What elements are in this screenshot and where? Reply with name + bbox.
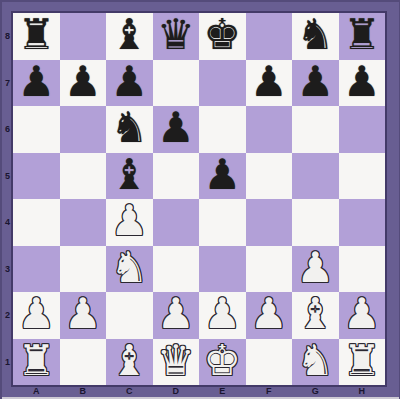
square-d6[interactable]: ♟ bbox=[153, 106, 200, 153]
square-f7[interactable]: ♟ bbox=[246, 60, 293, 107]
black-king-piece: ♚ bbox=[203, 13, 241, 58]
square-d8[interactable]: ♛ bbox=[153, 13, 200, 60]
square-e1[interactable]: ♚ bbox=[199, 339, 246, 386]
square-a4[interactable] bbox=[13, 199, 60, 246]
black-pawn-piece: ♟ bbox=[64, 60, 102, 105]
square-g2[interactable]: ♝ bbox=[292, 292, 339, 339]
square-c1[interactable]: ♝ bbox=[106, 339, 153, 386]
file-label-f: F bbox=[246, 385, 293, 397]
file-labels: ABCDEFGH bbox=[13, 385, 385, 397]
file-label-c: C bbox=[106, 385, 153, 397]
black-queen-piece: ♛ bbox=[157, 13, 195, 58]
black-knight-piece: ♞ bbox=[296, 13, 334, 58]
white-pawn-piece: ♟ bbox=[296, 246, 334, 291]
square-f2[interactable]: ♟ bbox=[246, 292, 293, 339]
square-c8[interactable]: ♝ bbox=[106, 13, 153, 60]
square-g4[interactable] bbox=[292, 199, 339, 246]
white-pawn-piece: ♟ bbox=[17, 292, 55, 337]
square-h7[interactable]: ♟ bbox=[339, 60, 386, 107]
square-b3[interactable] bbox=[60, 246, 107, 293]
square-e6[interactable] bbox=[199, 106, 246, 153]
black-pawn-piece: ♟ bbox=[110, 60, 148, 105]
square-d2[interactable]: ♟ bbox=[153, 292, 200, 339]
white-knight-piece: ♞ bbox=[110, 246, 148, 291]
file-label-g: G bbox=[292, 385, 339, 397]
black-rook-piece: ♜ bbox=[343, 13, 381, 58]
square-g1[interactable]: ♞ bbox=[292, 339, 339, 386]
square-e7[interactable] bbox=[199, 60, 246, 107]
file-label-b: B bbox=[60, 385, 107, 397]
square-e2[interactable]: ♟ bbox=[199, 292, 246, 339]
black-pawn-piece: ♟ bbox=[157, 106, 195, 151]
square-c3[interactable]: ♞ bbox=[106, 246, 153, 293]
white-pawn-piece: ♟ bbox=[250, 292, 288, 337]
file-label-d: D bbox=[153, 385, 200, 397]
square-b6[interactable] bbox=[60, 106, 107, 153]
square-a6[interactable] bbox=[13, 106, 60, 153]
square-b5[interactable] bbox=[60, 153, 107, 200]
square-h1[interactable]: ♜ bbox=[339, 339, 386, 386]
white-rook-piece: ♜ bbox=[17, 339, 55, 384]
black-knight-piece: ♞ bbox=[110, 106, 148, 151]
square-h2[interactable]: ♟ bbox=[339, 292, 386, 339]
square-g7[interactable]: ♟ bbox=[292, 60, 339, 107]
black-rook-piece: ♜ bbox=[17, 13, 55, 58]
square-g6[interactable] bbox=[292, 106, 339, 153]
square-h4[interactable] bbox=[339, 199, 386, 246]
file-label-h: H bbox=[339, 385, 386, 397]
black-pawn-piece: ♟ bbox=[343, 60, 381, 105]
white-king-piece: ♚ bbox=[203, 339, 241, 384]
square-d3[interactable] bbox=[153, 246, 200, 293]
square-d7[interactable] bbox=[153, 60, 200, 107]
white-pawn-piece: ♟ bbox=[343, 292, 381, 337]
white-queen-piece: ♛ bbox=[157, 339, 195, 384]
square-g5[interactable] bbox=[292, 153, 339, 200]
white-pawn-piece: ♟ bbox=[110, 199, 148, 244]
square-e3[interactable] bbox=[199, 246, 246, 293]
black-pawn-piece: ♟ bbox=[203, 153, 241, 198]
square-c6[interactable]: ♞ bbox=[106, 106, 153, 153]
black-pawn-piece: ♟ bbox=[17, 60, 55, 105]
white-knight-piece: ♞ bbox=[296, 339, 334, 384]
white-bishop-piece: ♝ bbox=[110, 339, 148, 384]
square-c4[interactable]: ♟ bbox=[106, 199, 153, 246]
square-c5[interactable]: ♝ bbox=[106, 153, 153, 200]
square-a2[interactable]: ♟ bbox=[13, 292, 60, 339]
square-f4[interactable] bbox=[246, 199, 293, 246]
square-b4[interactable] bbox=[60, 199, 107, 246]
square-b2[interactable]: ♟ bbox=[60, 292, 107, 339]
square-h3[interactable] bbox=[339, 246, 386, 293]
square-a7[interactable]: ♟ bbox=[13, 60, 60, 107]
square-b8[interactable] bbox=[60, 13, 107, 60]
white-rook-piece: ♜ bbox=[343, 339, 381, 384]
white-pawn-piece: ♟ bbox=[157, 292, 195, 337]
chess-board: ♜♝♛♚♞♜♟♟♟♟♟♟♞♟♝♟♟♞♟♟♟♟♟♟♝♟♜♝♛♚♞♜ bbox=[11, 11, 387, 387]
square-f5[interactable] bbox=[246, 153, 293, 200]
square-f6[interactable] bbox=[246, 106, 293, 153]
square-c7[interactable]: ♟ bbox=[106, 60, 153, 107]
square-h6[interactable] bbox=[339, 106, 386, 153]
square-b1[interactable] bbox=[60, 339, 107, 386]
chess-board-frame: 87654321 ♜♝♛♚♞♜♟♟♟♟♟♟♞♟♝♟♟♞♟♟♟♟♟♟♝♟♜♝♛♚♞… bbox=[0, 0, 400, 399]
square-e5[interactable]: ♟ bbox=[199, 153, 246, 200]
square-h5[interactable] bbox=[339, 153, 386, 200]
square-d4[interactable] bbox=[153, 199, 200, 246]
square-g8[interactable]: ♞ bbox=[292, 13, 339, 60]
square-d5[interactable] bbox=[153, 153, 200, 200]
square-f8[interactable] bbox=[246, 13, 293, 60]
file-label-a: A bbox=[13, 385, 60, 397]
white-pawn-piece: ♟ bbox=[64, 292, 102, 337]
square-f1[interactable] bbox=[246, 339, 293, 386]
square-f3[interactable] bbox=[246, 246, 293, 293]
black-bishop-piece: ♝ bbox=[110, 13, 148, 58]
white-pawn-piece: ♟ bbox=[203, 292, 241, 337]
square-a5[interactable] bbox=[13, 153, 60, 200]
white-bishop-piece: ♝ bbox=[296, 292, 334, 337]
square-a8[interactable]: ♜ bbox=[13, 13, 60, 60]
square-c2[interactable] bbox=[106, 292, 153, 339]
square-g3[interactable]: ♟ bbox=[292, 246, 339, 293]
square-d1[interactable]: ♛ bbox=[153, 339, 200, 386]
black-pawn-piece: ♟ bbox=[296, 60, 334, 105]
square-a1[interactable]: ♜ bbox=[13, 339, 60, 386]
black-bishop-piece: ♝ bbox=[110, 153, 148, 198]
black-pawn-piece: ♟ bbox=[250, 60, 288, 105]
file-label-e: E bbox=[199, 385, 246, 397]
square-a3[interactable] bbox=[13, 246, 60, 293]
square-h8[interactable]: ♜ bbox=[339, 13, 386, 60]
square-e4[interactable] bbox=[199, 199, 246, 246]
square-b7[interactable]: ♟ bbox=[60, 60, 107, 107]
square-e8[interactable]: ♚ bbox=[199, 13, 246, 60]
